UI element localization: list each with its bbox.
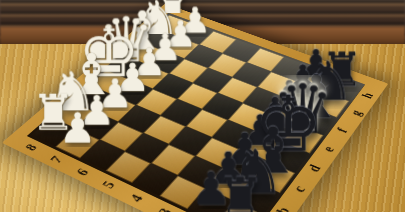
- chess-photo-scene: ♜♟♟♜♞♟♟♞♝♟♟♝♛♟♟♛♚♟♟♚♝♟♟♝♞♟♟♞♜♟♟♜ 8765432…: [0, 0, 405, 212]
- letter-label: f: [334, 121, 352, 141]
- square: ♜: [217, 201, 264, 212]
- letter-label: h: [358, 86, 377, 105]
- square: [80, 140, 125, 171]
